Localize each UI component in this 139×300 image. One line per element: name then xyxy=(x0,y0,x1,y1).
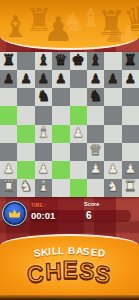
square-g1[interactable]: ♞ xyxy=(104,179,121,197)
bottom-edge xyxy=(0,295,139,300)
black-pawn-g7[interactable]: ♟ xyxy=(107,72,119,85)
square-g8[interactable] xyxy=(104,52,121,70)
white-knight-g1[interactable]: ♞ xyxy=(106,179,119,194)
square-d1[interactable] xyxy=(52,179,69,197)
white-bishop-c1[interactable]: ♝ xyxy=(37,179,50,194)
crown-badge xyxy=(2,201,27,226)
black-knight-f6[interactable]: ♞ xyxy=(89,89,102,104)
black-rook-a8[interactable]: ♜ xyxy=(2,53,15,68)
square-e8[interactable]: ♚ xyxy=(70,52,87,70)
square-g3[interactable] xyxy=(104,143,121,161)
square-a6[interactable] xyxy=(0,88,17,106)
score-block: Score 6 xyxy=(84,201,99,221)
square-g7[interactable]: ♟ xyxy=(104,70,121,88)
square-h7[interactable]: ♟ xyxy=(122,70,139,88)
square-d8[interactable]: ♛ xyxy=(52,52,69,70)
square-e3[interactable] xyxy=(70,143,87,161)
white-pawn-h2[interactable]: ♟ xyxy=(124,162,136,175)
chess-app-screen: ♝♜♟♞♝♜♟♛♟ ♜♝♛♚♝♜♟♟♟♟♟♟♟♞♞♝♟♛♟♟♟♟♟♜♞♝♞♜ T… xyxy=(0,0,139,300)
square-e6[interactable] xyxy=(70,88,87,106)
white-rook-h1[interactable]: ♜ xyxy=(124,179,137,194)
square-a7[interactable]: ♟ xyxy=(0,70,17,88)
pawn-silhouette-icon: ♟ xyxy=(118,22,139,46)
black-pawn-d7[interactable]: ♟ xyxy=(55,72,67,85)
square-g4[interactable] xyxy=(104,125,121,143)
square-e4[interactable]: ♟ xyxy=(70,125,87,143)
square-b5[interactable] xyxy=(17,106,34,124)
square-h6[interactable] xyxy=(122,88,139,106)
white-pawn-a2[interactable]: ♟ xyxy=(3,162,15,175)
square-c3[interactable] xyxy=(35,143,52,161)
square-h2[interactable]: ♟ xyxy=(122,161,139,179)
black-bishop-c8[interactable]: ♝ xyxy=(37,53,50,68)
square-d2[interactable] xyxy=(52,161,69,179)
crown-icon xyxy=(9,210,21,219)
white-rook-a1[interactable]: ♜ xyxy=(2,179,15,194)
black-pawn-h7[interactable]: ♟ xyxy=(124,72,136,85)
square-e2[interactable] xyxy=(70,161,87,179)
square-a1[interactable]: ♜ xyxy=(0,179,17,197)
square-b4[interactable] xyxy=(17,125,34,143)
white-pawn-f2[interactable]: ♟ xyxy=(90,162,102,175)
black-pawn-c7[interactable]: ♟ xyxy=(38,72,50,85)
footer-banner: SKILL BASED CHESS xyxy=(0,234,139,300)
black-knight-c6[interactable]: ♞ xyxy=(37,89,50,104)
square-b1[interactable]: ♞ xyxy=(17,179,34,197)
square-g6[interactable] xyxy=(104,88,121,106)
square-f7[interactable]: ♟ xyxy=(87,70,104,88)
header-banner: ♝♜♟♞♝♜♟♛♟ xyxy=(0,0,139,50)
black-king-e8[interactable]: ♚ xyxy=(71,53,84,68)
square-h8[interactable]: ♜ xyxy=(122,52,139,70)
square-a2[interactable]: ♟ xyxy=(0,161,17,179)
white-pawn-e4[interactable]: ♟ xyxy=(72,126,84,139)
square-c8[interactable]: ♝ xyxy=(35,52,52,70)
square-f5[interactable] xyxy=(87,106,104,124)
white-pawn-c2[interactable]: ♟ xyxy=(38,162,50,175)
score-value: 6 xyxy=(86,210,99,221)
square-c5[interactable] xyxy=(35,106,52,124)
square-d5[interactable] xyxy=(52,106,69,124)
square-c7[interactable]: ♟ xyxy=(35,70,52,88)
square-d6[interactable] xyxy=(52,88,69,106)
white-knight-b1[interactable]: ♞ xyxy=(19,179,32,194)
square-a4[interactable] xyxy=(0,125,17,143)
square-f1[interactable] xyxy=(87,179,104,197)
square-d3[interactable] xyxy=(52,143,69,161)
black-pawn-a7[interactable]: ♟ xyxy=(3,72,15,85)
tagline-text: SKILL BASED xyxy=(0,245,139,256)
square-f6[interactable]: ♞ xyxy=(87,88,104,106)
square-b2[interactable] xyxy=(17,161,34,179)
white-pawn-g2[interactable]: ♟ xyxy=(107,162,119,175)
square-b7[interactable]: ♟ xyxy=(17,70,34,88)
square-g5[interactable] xyxy=(104,106,121,124)
time-block: TIME : 00:01 xyxy=(31,203,55,221)
game-title-text: CHESS xyxy=(0,257,139,284)
square-c6[interactable]: ♞ xyxy=(35,88,52,106)
white-queen-f3[interactable]: ♛ xyxy=(89,143,102,158)
score-label: Score xyxy=(84,201,99,207)
hud-bar: TIME : 00:01 Score 6 xyxy=(0,197,139,234)
black-queen-d8[interactable]: ♛ xyxy=(54,53,67,68)
black-pawn-f7[interactable]: ♟ xyxy=(90,72,102,85)
square-a5[interactable] xyxy=(0,106,17,124)
square-f4[interactable] xyxy=(87,125,104,143)
white-bishop-c4[interactable]: ♝ xyxy=(37,125,50,140)
square-c2[interactable]: ♟ xyxy=(35,161,52,179)
square-h4[interactable] xyxy=(122,125,139,143)
square-a8[interactable]: ♜ xyxy=(0,52,17,70)
square-h5[interactable] xyxy=(122,106,139,124)
square-h3[interactable] xyxy=(122,143,139,161)
square-c4[interactable]: ♝ xyxy=(35,125,52,143)
square-f3[interactable]: ♛ xyxy=(87,143,104,161)
square-e5[interactable] xyxy=(70,106,87,124)
square-g2[interactable]: ♟ xyxy=(104,161,121,179)
black-pawn-b7[interactable]: ♟ xyxy=(20,72,32,85)
chess-board[interactable]: ♜♝♛♚♝♜♟♟♟♟♟♟♟♞♞♝♟♛♟♟♟♟♟♜♞♝♞♜ xyxy=(0,52,139,197)
square-b6[interactable] xyxy=(17,88,34,106)
black-bishop-f8[interactable]: ♝ xyxy=(89,53,102,68)
square-b3[interactable] xyxy=(17,143,34,161)
square-h1[interactable]: ♜ xyxy=(122,179,139,197)
time-value: 00:01 xyxy=(31,210,55,221)
square-b8[interactable] xyxy=(17,52,34,70)
square-e7[interactable] xyxy=(70,70,87,88)
square-f8[interactable]: ♝ xyxy=(87,52,104,70)
square-e1[interactable] xyxy=(70,179,87,197)
square-c1[interactable]: ♝ xyxy=(35,179,52,197)
time-label: TIME : xyxy=(31,203,55,208)
square-d7[interactable]: ♟ xyxy=(52,70,69,88)
square-a3[interactable] xyxy=(0,143,17,161)
square-f2[interactable]: ♟ xyxy=(87,161,104,179)
black-rook-h8[interactable]: ♜ xyxy=(124,53,137,68)
square-d4[interactable] xyxy=(52,125,69,143)
